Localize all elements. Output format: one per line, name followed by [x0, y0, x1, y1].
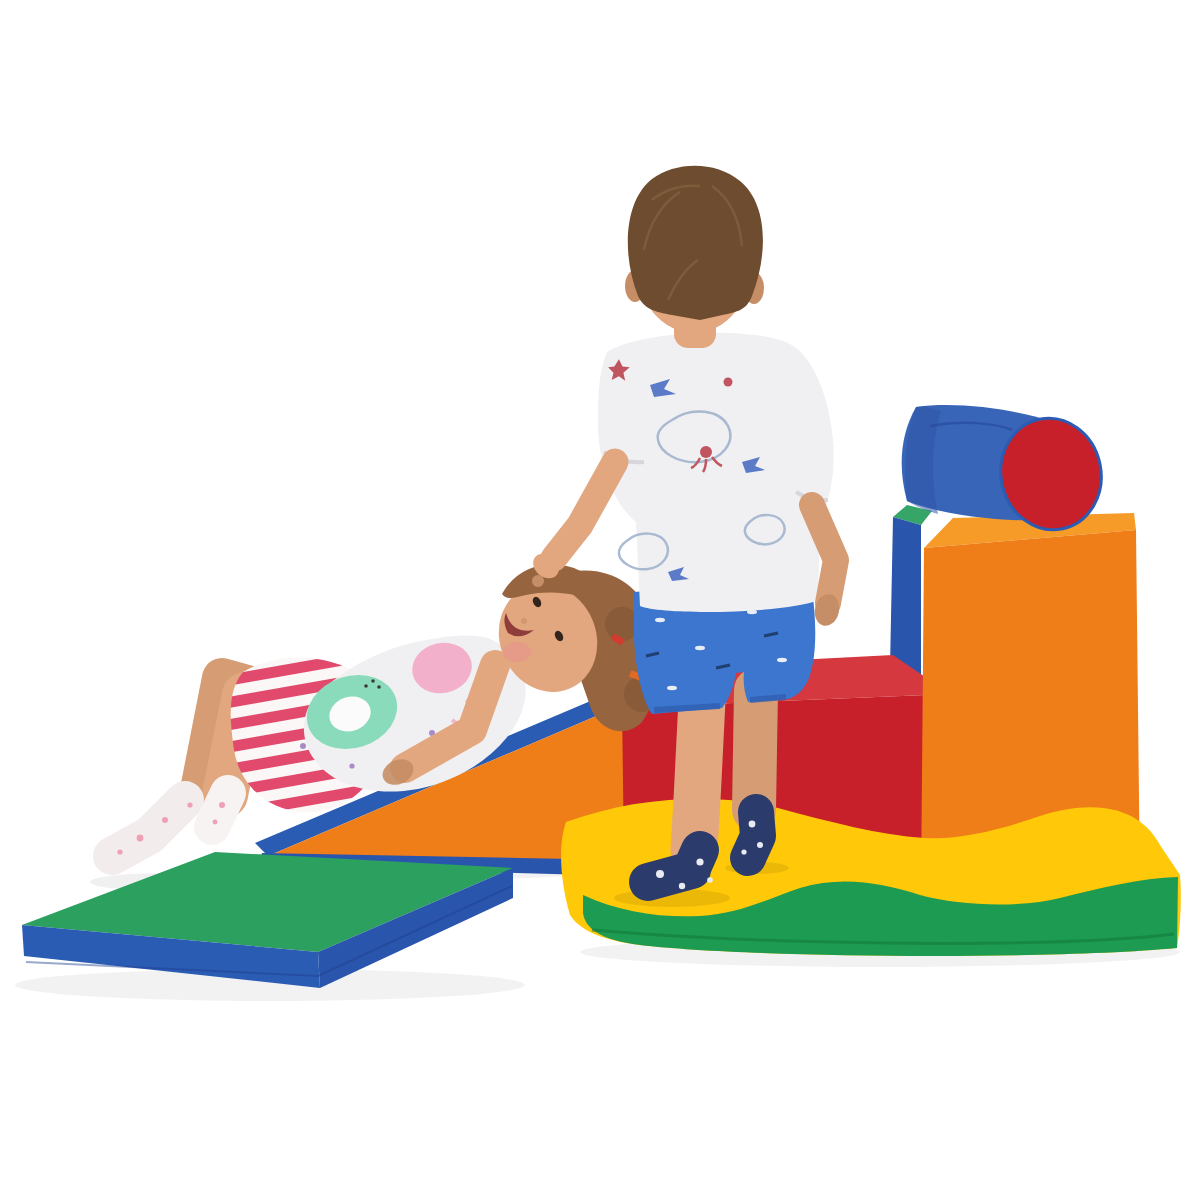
boy-pointing-finger	[532, 575, 544, 587]
soft-play-scene	[0, 0, 1200, 1200]
boy-left-leg	[694, 700, 702, 850]
girl-cheek-blush	[503, 642, 531, 662]
girl-nose	[521, 618, 527, 624]
boy-right-sock	[748, 812, 758, 858]
boy-right-leg	[754, 690, 756, 810]
girl-pigtail-upper	[605, 607, 639, 641]
blue-block-front	[890, 517, 921, 675]
photo-stage: Two toddlers playing on a set of colourf…	[0, 0, 1200, 1200]
